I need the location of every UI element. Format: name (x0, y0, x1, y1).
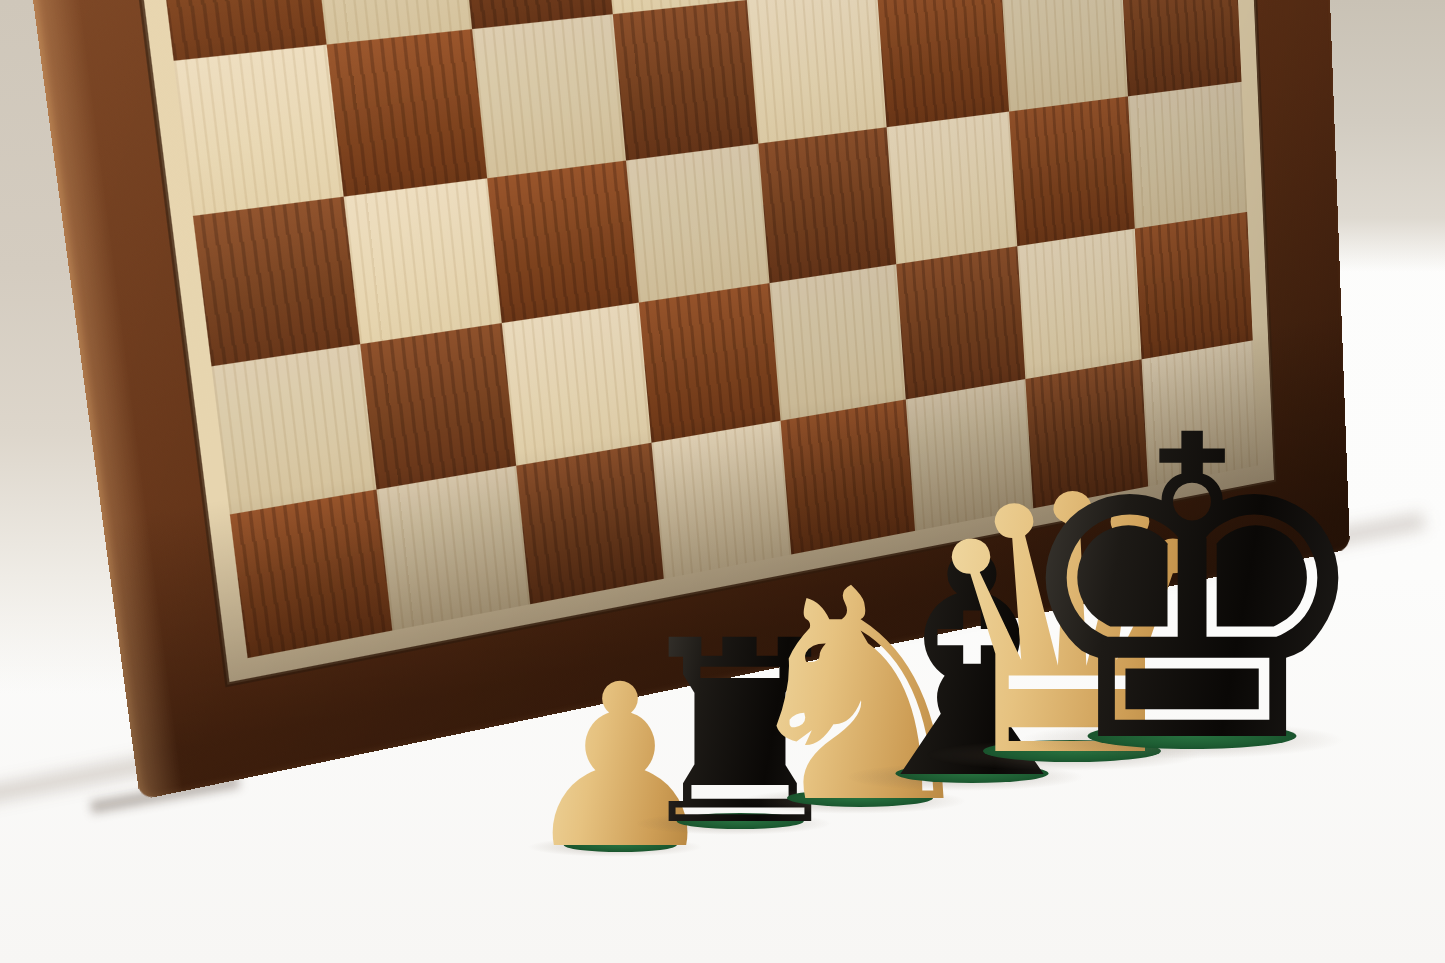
scene: ♟ ♜ ♞ ♝ ♛ ♚ (0, 0, 1445, 963)
black-king-glyph: ♚ (1005, 383, 1380, 801)
board-square (343, 178, 502, 345)
board-square (230, 489, 392, 658)
board-square (747, 0, 886, 143)
board-square (212, 344, 376, 514)
board-square (876, 0, 1009, 127)
board-square (376, 465, 530, 630)
board-square (638, 283, 780, 442)
board-square (1134, 212, 1252, 359)
board-square (1009, 96, 1134, 246)
board-square (1001, 0, 1128, 111)
board-square (612, 0, 758, 160)
board-square (360, 323, 517, 489)
board-square (516, 442, 663, 604)
board-square (625, 143, 769, 303)
board-square (886, 111, 1017, 264)
board-square (193, 196, 360, 366)
board-square (326, 29, 487, 196)
board-square (502, 303, 651, 465)
board-square (487, 160, 638, 323)
board-square (1120, 0, 1241, 96)
board-square (174, 45, 343, 216)
board-square (1127, 81, 1247, 228)
board-square (758, 127, 895, 283)
board-square (770, 264, 906, 420)
board-square (472, 14, 625, 177)
